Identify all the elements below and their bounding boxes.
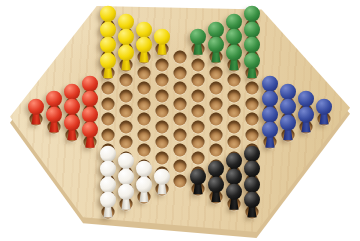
hole[interactable] — [210, 128, 223, 141]
hole[interactable] — [174, 51, 187, 64]
peg-head — [208, 161, 224, 177]
peg-head — [226, 184, 242, 200]
peg-red[interactable] — [64, 114, 80, 140]
peg-black[interactable] — [226, 184, 242, 210]
peg-white[interactable] — [154, 168, 170, 194]
peg-green[interactable] — [190, 29, 206, 55]
hole[interactable] — [156, 58, 169, 71]
peg-blue[interactable] — [280, 114, 296, 140]
hole[interactable] — [246, 97, 259, 110]
peg-head — [46, 91, 62, 107]
hole[interactable] — [120, 89, 133, 102]
hole[interactable] — [102, 82, 115, 95]
hole[interactable] — [246, 128, 259, 141]
peg-head — [208, 37, 224, 53]
hole[interactable] — [210, 113, 223, 126]
peg-head — [118, 13, 134, 29]
hole[interactable] — [246, 82, 259, 95]
peg-blue[interactable] — [316, 99, 332, 125]
peg-head — [298, 91, 314, 107]
hole[interactable] — [246, 113, 259, 126]
peg-blue[interactable] — [298, 106, 314, 132]
peg-head — [136, 37, 152, 53]
peg-head — [244, 161, 260, 177]
hole[interactable] — [192, 105, 205, 118]
peg-head — [64, 83, 80, 99]
hole[interactable] — [120, 120, 133, 133]
hole[interactable] — [210, 144, 223, 157]
peg-white[interactable] — [100, 192, 116, 218]
peg-head — [244, 176, 260, 192]
peg-head — [100, 161, 116, 177]
peg-head — [298, 106, 314, 122]
hole[interactable] — [102, 113, 115, 126]
peg-head — [316, 99, 332, 115]
peg-head — [208, 21, 224, 37]
peg-yellow[interactable] — [154, 29, 170, 55]
hole[interactable] — [156, 89, 169, 102]
peg-green[interactable] — [226, 44, 242, 70]
hole[interactable] — [192, 58, 205, 71]
peg-head — [118, 44, 134, 60]
hole[interactable] — [174, 97, 187, 110]
hole[interactable] — [228, 136, 241, 149]
peg-head — [136, 161, 152, 177]
hole[interactable] — [174, 66, 187, 79]
peg-head — [100, 21, 116, 37]
peg-head — [82, 75, 98, 91]
peg-green[interactable] — [208, 37, 224, 63]
peg-black[interactable] — [190, 168, 206, 194]
peg-yellow[interactable] — [118, 44, 134, 70]
peg-head — [244, 37, 260, 53]
peg-head — [100, 145, 116, 161]
hole[interactable] — [228, 74, 241, 87]
peg-head — [262, 122, 278, 138]
hole[interactable] — [138, 66, 151, 79]
peg-red[interactable] — [46, 106, 62, 132]
peg-head — [28, 99, 44, 115]
peg-head — [64, 99, 80, 115]
peg-head — [190, 29, 206, 45]
hole[interactable] — [192, 120, 205, 133]
peg-red[interactable] — [28, 99, 44, 125]
peg-head — [82, 122, 98, 138]
board-photo — [0, 0, 360, 241]
hole[interactable] — [138, 113, 151, 126]
peg-head — [154, 168, 170, 184]
hole[interactable] — [156, 74, 169, 87]
peg-head — [244, 192, 260, 208]
peg-head — [100, 52, 116, 68]
peg-head — [262, 106, 278, 122]
hole[interactable] — [174, 159, 187, 172]
peg-white[interactable] — [136, 176, 152, 202]
peg-head — [136, 21, 152, 37]
hole[interactable] — [210, 82, 223, 95]
hole[interactable] — [192, 74, 205, 87]
hole[interactable] — [192, 136, 205, 149]
hole[interactable] — [120, 105, 133, 118]
peg-head — [226, 13, 242, 29]
hole[interactable] — [228, 120, 241, 133]
peg-head — [118, 29, 134, 45]
hole[interactable] — [156, 120, 169, 133]
hole[interactable] — [210, 66, 223, 79]
peg-head — [244, 6, 260, 22]
hole[interactable] — [192, 89, 205, 102]
peg-head — [244, 145, 260, 161]
hole[interactable] — [120, 136, 133, 149]
peg-head — [226, 168, 242, 184]
hole[interactable] — [156, 105, 169, 118]
hole[interactable] — [174, 175, 187, 188]
peg-head — [118, 184, 134, 200]
peg-head — [118, 153, 134, 169]
hole[interactable] — [174, 82, 187, 95]
peg-head — [154, 29, 170, 45]
peg-head — [226, 153, 242, 169]
peg-white[interactable] — [118, 184, 134, 210]
peg-black[interactable] — [244, 192, 260, 218]
hole[interactable] — [102, 128, 115, 141]
peg-head — [262, 75, 278, 91]
peg-head — [226, 29, 242, 45]
peg-head — [100, 176, 116, 192]
hole[interactable] — [156, 151, 169, 164]
hole[interactable] — [156, 136, 169, 149]
peg-blue[interactable] — [262, 122, 278, 148]
peg-red[interactable] — [82, 122, 98, 148]
hole[interactable] — [192, 151, 205, 164]
peg-yellow[interactable] — [100, 52, 116, 78]
peg-head — [100, 37, 116, 53]
peg-head — [244, 21, 260, 37]
peg-head — [280, 114, 296, 130]
peg-head — [100, 192, 116, 208]
hole[interactable] — [174, 113, 187, 126]
hole[interactable] — [138, 97, 151, 110]
peg-head — [64, 114, 80, 130]
peg-head — [226, 44, 242, 60]
peg-green[interactable] — [244, 52, 260, 78]
hole[interactable] — [174, 144, 187, 157]
hole[interactable] — [228, 105, 241, 118]
peg-head — [244, 52, 260, 68]
hole[interactable] — [210, 97, 223, 110]
peg-head — [82, 91, 98, 107]
peg-head — [262, 91, 278, 107]
peg-head — [118, 168, 134, 184]
hole[interactable] — [102, 97, 115, 110]
peg-head — [82, 106, 98, 122]
peg-head — [208, 176, 224, 192]
hole[interactable] — [138, 82, 151, 95]
peg-head — [100, 6, 116, 22]
hole[interactable] — [138, 144, 151, 157]
peg-head — [136, 176, 152, 192]
peg-head — [280, 83, 296, 99]
hole[interactable] — [138, 128, 151, 141]
peg-head — [280, 99, 296, 115]
peg-head — [46, 106, 62, 122]
peg-head — [190, 168, 206, 184]
peg-yellow[interactable] — [136, 37, 152, 63]
peg-black[interactable] — [208, 176, 224, 202]
hole[interactable] — [228, 89, 241, 102]
hole[interactable] — [174, 128, 187, 141]
hole[interactable] — [120, 74, 133, 87]
